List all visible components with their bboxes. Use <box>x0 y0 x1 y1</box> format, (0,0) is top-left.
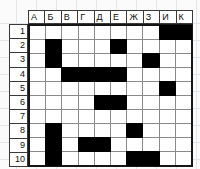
cell-К5[interactable] <box>176 82 191 95</box>
cell-Д6-filled[interactable] <box>95 96 110 109</box>
cell-В9[interactable] <box>62 138 77 151</box>
cell-Г8[interactable] <box>79 124 94 137</box>
cell-А2[interactable] <box>30 40 45 53</box>
cell-З2[interactable] <box>143 40 158 53</box>
battleship-board: АБВГДЕЖЗИК 12345678910 <box>9 10 193 167</box>
cell-Г3[interactable] <box>79 54 94 67</box>
cell-Е8[interactable] <box>111 124 126 137</box>
cell-В10[interactable] <box>62 152 77 165</box>
cell-З5[interactable] <box>143 82 158 95</box>
playfield-grid <box>28 24 193 167</box>
cell-В8[interactable] <box>62 124 77 137</box>
cell-Б7[interactable] <box>46 110 61 123</box>
cell-А7[interactable] <box>30 110 45 123</box>
cell-И6[interactable] <box>160 96 175 109</box>
cell-Ж8-filled[interactable] <box>127 124 142 137</box>
cell-Г6[interactable] <box>79 96 94 109</box>
cell-В5[interactable] <box>62 82 77 95</box>
cell-Г9-filled[interactable] <box>79 138 94 151</box>
cell-Д4-filled[interactable] <box>95 68 110 81</box>
cell-В3[interactable] <box>62 54 77 67</box>
cell-А1[interactable] <box>30 26 45 39</box>
row-header: 3 <box>10 53 27 66</box>
cell-Е2-filled[interactable] <box>111 40 126 53</box>
cell-К2[interactable] <box>176 40 191 53</box>
cell-Г1[interactable] <box>79 26 94 39</box>
column-header: К <box>177 11 192 23</box>
column-header: Е <box>111 11 126 23</box>
row-header: 10 <box>10 153 27 166</box>
cell-Ж1[interactable] <box>127 26 142 39</box>
row-header: 1 <box>10 25 27 38</box>
row-header: 5 <box>10 82 27 95</box>
cell-В4-filled[interactable] <box>62 68 77 81</box>
cell-Ж2[interactable] <box>127 40 142 53</box>
row-header: 2 <box>10 39 27 52</box>
row-header: 8 <box>10 124 27 137</box>
cell-З8[interactable] <box>143 124 158 137</box>
cell-Д1[interactable] <box>95 26 110 39</box>
row-header: 6 <box>10 96 27 109</box>
cell-К8[interactable] <box>176 124 191 137</box>
cell-И5-filled[interactable] <box>160 82 175 95</box>
cell-К7[interactable] <box>176 110 191 123</box>
cell-Е1[interactable] <box>111 26 126 39</box>
cell-К6[interactable] <box>176 96 191 109</box>
column-header: Д <box>95 11 110 23</box>
cell-Б5[interactable] <box>46 82 61 95</box>
cell-К3[interactable] <box>176 54 191 67</box>
cell-Ж6[interactable] <box>127 96 142 109</box>
cell-В2[interactable] <box>62 40 77 53</box>
cell-Д10[interactable] <box>95 152 110 165</box>
cell-Б2-filled[interactable] <box>46 40 61 53</box>
cell-Б1[interactable] <box>46 26 61 39</box>
cell-Г7[interactable] <box>79 110 94 123</box>
cell-И3[interactable] <box>160 54 175 67</box>
cell-И7[interactable] <box>160 110 175 123</box>
cell-В6[interactable] <box>62 96 77 109</box>
cell-Ж9[interactable] <box>127 138 142 151</box>
cell-Ж7[interactable] <box>127 110 142 123</box>
cell-З1[interactable] <box>143 26 158 39</box>
cell-Д5[interactable] <box>95 82 110 95</box>
cell-Ж5[interactable] <box>127 82 142 95</box>
cell-З4[interactable] <box>143 68 158 81</box>
cell-Г4-filled[interactable] <box>79 68 94 81</box>
cell-Д2[interactable] <box>95 40 110 53</box>
cell-К1-filled[interactable] <box>176 26 191 39</box>
cell-Г5[interactable] <box>79 82 94 95</box>
cell-Е9[interactable] <box>111 138 126 151</box>
cell-З10-filled[interactable] <box>143 152 158 165</box>
cell-Ж3[interactable] <box>127 54 142 67</box>
cell-Д7[interactable] <box>95 110 110 123</box>
cell-К9[interactable] <box>176 138 191 151</box>
cell-Ж10-filled[interactable] <box>127 152 142 165</box>
cell-В7[interactable] <box>62 110 77 123</box>
cell-З9[interactable] <box>143 138 158 151</box>
cell-И9[interactable] <box>160 138 175 151</box>
cell-И8[interactable] <box>160 124 175 137</box>
cell-Д3[interactable] <box>95 54 110 67</box>
cell-Б4[interactable] <box>46 68 61 81</box>
row-header: 9 <box>10 139 27 152</box>
cell-А4[interactable] <box>30 68 45 81</box>
column-header: З <box>144 11 159 23</box>
cell-Б8-filled[interactable] <box>46 124 61 137</box>
cell-А6[interactable] <box>30 96 45 109</box>
cell-Б9-filled[interactable] <box>46 138 61 151</box>
column-header: Б <box>45 11 60 23</box>
column-header: Ж <box>127 11 142 23</box>
column-header: Г <box>78 11 93 23</box>
row-header: 7 <box>10 110 27 123</box>
cell-З6[interactable] <box>143 96 158 109</box>
cell-Е6-filled[interactable] <box>111 96 126 109</box>
column-header: В <box>62 11 77 23</box>
cell-Д9-filled[interactable] <box>95 138 110 151</box>
cell-Б3-filled[interactable] <box>46 54 61 67</box>
cell-Е5[interactable] <box>111 82 126 95</box>
cell-А3[interactable] <box>30 54 45 67</box>
cell-К10[interactable] <box>176 152 191 165</box>
cell-З7[interactable] <box>143 110 158 123</box>
cell-А8[interactable] <box>30 124 45 137</box>
column-headers: АБВГДЕЖЗИК <box>28 10 193 24</box>
cell-З3-filled[interactable] <box>143 54 158 67</box>
cell-К4[interactable] <box>176 68 191 81</box>
cell-Б6[interactable] <box>46 96 61 109</box>
cell-Ж4[interactable] <box>127 68 142 81</box>
cell-Г2[interactable] <box>79 40 94 53</box>
cell-Е10[interactable] <box>111 152 126 165</box>
cell-Е4-filled[interactable] <box>111 68 126 81</box>
cell-И4[interactable] <box>160 68 175 81</box>
cell-И10[interactable] <box>160 152 175 165</box>
cell-А10[interactable] <box>30 152 45 165</box>
cell-А9[interactable] <box>30 138 45 151</box>
cell-И2[interactable] <box>160 40 175 53</box>
cell-Г10[interactable] <box>79 152 94 165</box>
row-headers: 12345678910 <box>9 24 28 167</box>
row-header: 4 <box>10 68 27 81</box>
cell-Б10-filled[interactable] <box>46 152 61 165</box>
cell-А5[interactable] <box>30 82 45 95</box>
column-header: И <box>160 11 175 23</box>
cell-Е7[interactable] <box>111 110 126 123</box>
cell-Е3[interactable] <box>111 54 126 67</box>
cell-В1[interactable] <box>62 26 77 39</box>
cell-Д8[interactable] <box>95 124 110 137</box>
column-header: А <box>29 11 44 23</box>
cell-И1-filled[interactable] <box>160 26 175 39</box>
